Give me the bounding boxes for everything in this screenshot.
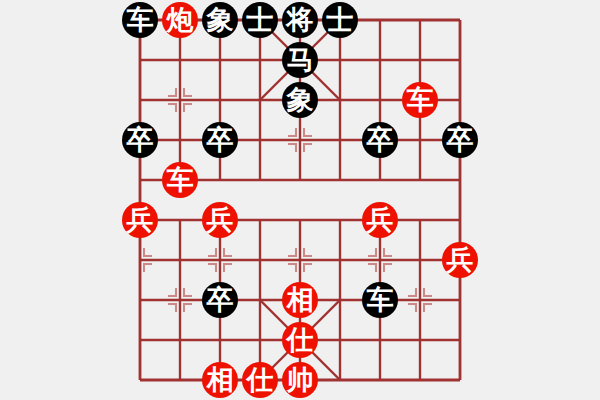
piece-red-elephant[interactable]: 相	[202, 362, 238, 398]
piece-black-soldier[interactable]: 卒	[442, 122, 478, 158]
piece-black-advisor[interactable]: 士	[242, 2, 278, 38]
piece-red-soldier[interactable]: 兵	[202, 202, 238, 238]
piece-black-soldier[interactable]: 卒	[122, 122, 158, 158]
piece-red-advisor[interactable]: 仕	[282, 322, 318, 358]
piece-black-soldier[interactable]: 卒	[202, 122, 238, 158]
piece-black-advisor[interactable]: 士	[322, 2, 358, 38]
piece-red-advisor[interactable]: 仕	[242, 362, 278, 398]
piece-black-chariot[interactable]: 车	[362, 282, 398, 318]
piece-black-soldier[interactable]: 卒	[362, 122, 398, 158]
piece-black-soldier[interactable]: 卒	[202, 282, 238, 318]
piece-black-elephant[interactable]: 象	[202, 2, 238, 38]
piece-red-cannon[interactable]: 炮	[162, 2, 198, 38]
piece-red-soldier[interactable]: 兵	[122, 202, 158, 238]
piece-red-general[interactable]: 帅	[282, 362, 318, 398]
piece-red-chariot[interactable]: 车	[402, 82, 438, 118]
piece-black-elephant[interactable]: 象	[282, 82, 318, 118]
piece-red-soldier[interactable]: 兵	[362, 202, 398, 238]
piece-red-elephant[interactable]: 相	[282, 282, 318, 318]
piece-black-horse[interactable]: 马	[282, 42, 318, 78]
piece-red-soldier[interactable]: 兵	[442, 242, 478, 278]
piece-grid: 车炮象士将士马象车卒卒卒卒车兵兵兵兵卒相车仕相仕帅	[120, 0, 480, 400]
piece-red-chariot[interactable]: 车	[162, 162, 198, 198]
xiangqi-board[interactable]: 车炮象士将士马象车卒卒卒卒车兵兵兵兵卒相车仕相仕帅	[0, 0, 600, 400]
xiangqi-app: 车炮象士将士马象车卒卒卒卒车兵兵兵兵卒相车仕相仕帅	[0, 0, 600, 400]
piece-black-chariot[interactable]: 车	[122, 2, 158, 38]
piece-black-general[interactable]: 将	[282, 2, 318, 38]
